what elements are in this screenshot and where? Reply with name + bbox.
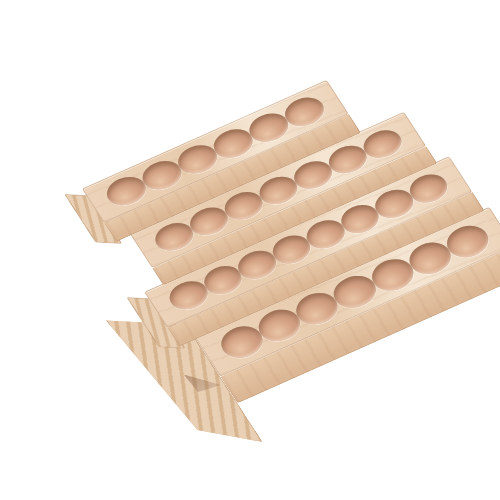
tier-stack <box>70 25 500 415</box>
product-photo-canvas <box>0 0 500 500</box>
